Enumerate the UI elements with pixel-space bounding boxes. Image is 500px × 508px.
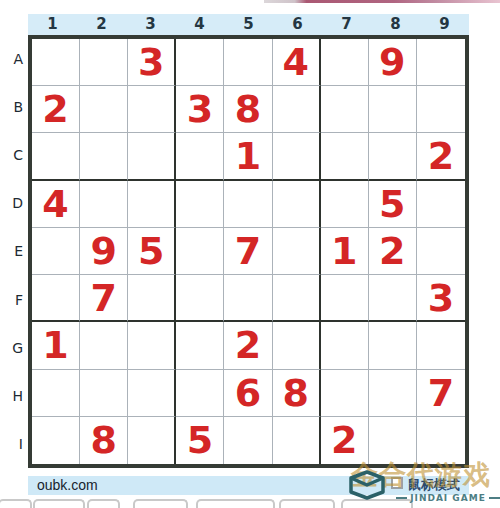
partial-button[interactable] <box>279 499 335 508</box>
cell-C2[interactable] <box>80 133 128 180</box>
cell-B2[interactable] <box>80 86 128 133</box>
watermark-brand-en: JINDAI GAME <box>410 493 486 503</box>
cell-A1[interactable] <box>32 39 80 86</box>
cell-A8[interactable]: 9 <box>369 39 417 86</box>
cell-D3[interactable] <box>128 181 176 228</box>
cell-I3[interactable] <box>128 417 176 464</box>
cell-G2[interactable] <box>80 322 128 369</box>
cell-E4[interactable] <box>176 228 224 275</box>
column-label-5: 5 <box>224 14 273 35</box>
cell-D2[interactable] <box>80 181 128 228</box>
cell-C6[interactable] <box>273 133 321 180</box>
column-label-2: 2 <box>77 14 126 35</box>
cell-F5[interactable] <box>224 275 272 322</box>
watermark-brand-en-row: JINDAI GAME <box>396 493 500 503</box>
cell-I2[interactable]: 8 <box>80 417 128 464</box>
cell-H1[interactable] <box>32 370 80 417</box>
site-label: oubk.com <box>37 477 98 493</box>
cell-F6[interactable] <box>273 275 321 322</box>
cell-E6[interactable] <box>273 228 321 275</box>
cell-H7[interactable] <box>321 370 369 417</box>
cell-D9[interactable] <box>417 181 465 228</box>
column-label-9: 9 <box>420 14 469 35</box>
cell-E8[interactable]: 2 <box>369 228 417 275</box>
column-label-8: 8 <box>371 14 420 35</box>
partial-button[interactable] <box>133 499 188 508</box>
cell-B4[interactable]: 3 <box>176 86 224 133</box>
cell-D8[interactable]: 5 <box>369 181 417 228</box>
cell-C7[interactable] <box>321 133 369 180</box>
row-label-G: G <box>0 324 26 372</box>
row-label-B: B <box>0 83 26 131</box>
row-label-H: H <box>0 372 26 420</box>
cell-G5[interactable]: 2 <box>224 322 272 369</box>
column-label-1: 1 <box>28 14 77 35</box>
cell-A5[interactable] <box>224 39 272 86</box>
row-label-D: D <box>0 179 26 227</box>
cell-B7[interactable] <box>321 86 369 133</box>
cell-G7[interactable] <box>321 322 369 369</box>
cell-G4[interactable] <box>176 322 224 369</box>
cell-A7[interactable] <box>321 39 369 86</box>
column-label-6: 6 <box>273 14 322 35</box>
cell-G3[interactable] <box>128 322 176 369</box>
cell-C9[interactable]: 2 <box>417 133 465 180</box>
column-label-3: 3 <box>126 14 175 35</box>
cell-F3[interactable] <box>128 275 176 322</box>
cell-C8[interactable] <box>369 133 417 180</box>
cell-G6[interactable] <box>273 322 321 369</box>
cell-C5[interactable]: 1 <box>224 133 272 180</box>
cell-D1[interactable]: 4 <box>32 181 80 228</box>
cell-E2[interactable]: 9 <box>80 228 128 275</box>
cell-B8[interactable] <box>369 86 417 133</box>
cell-A6[interactable]: 4 <box>273 39 321 86</box>
cell-D6[interactable] <box>273 181 321 228</box>
cell-B6[interactable] <box>273 86 321 133</box>
column-label-4: 4 <box>175 14 224 35</box>
cell-H9[interactable]: 7 <box>417 370 465 417</box>
cell-H8[interactable] <box>369 370 417 417</box>
cell-C3[interactable] <box>128 133 176 180</box>
cell-G9[interactable] <box>417 322 465 369</box>
cell-D7[interactable] <box>321 181 369 228</box>
cell-H5[interactable]: 6 <box>224 370 272 417</box>
cell-C4[interactable] <box>176 133 224 180</box>
partial-button[interactable] <box>33 499 85 508</box>
cell-H3[interactable] <box>128 370 176 417</box>
row-label-I: I <box>0 420 26 468</box>
cell-F8[interactable] <box>369 275 417 322</box>
progress-strip <box>264 0 500 3</box>
cell-A9[interactable] <box>417 39 465 86</box>
cell-H4[interactable] <box>176 370 224 417</box>
cell-F4[interactable] <box>176 275 224 322</box>
cell-H6[interactable]: 8 <box>273 370 321 417</box>
cell-B1[interactable]: 2 <box>32 86 80 133</box>
partial-button[interactable] <box>0 499 32 508</box>
cell-A3[interactable]: 3 <box>128 39 176 86</box>
box-logo-icon <box>348 469 386 501</box>
cell-F7[interactable] <box>321 275 369 322</box>
row-label-C: C <box>0 131 26 179</box>
cell-E1[interactable] <box>32 228 80 275</box>
cell-G1[interactable]: 1 <box>32 322 80 369</box>
cell-A4[interactable] <box>176 39 224 86</box>
cell-F9[interactable]: 3 <box>417 275 465 322</box>
cell-I1[interactable] <box>32 417 80 464</box>
cell-E9[interactable] <box>417 228 465 275</box>
cell-C1[interactable] <box>32 133 80 180</box>
cell-H2[interactable] <box>80 370 128 417</box>
cell-B5[interactable]: 8 <box>224 86 272 133</box>
row-label-E: E <box>0 227 26 275</box>
sudoku-grid: 3492381245957127312687852 <box>28 35 469 468</box>
cell-I5[interactable] <box>224 417 272 464</box>
cell-A2[interactable] <box>80 39 128 86</box>
row-labels: ABCDEFGHI <box>0 35 26 468</box>
cell-B3[interactable] <box>128 86 176 133</box>
row-label-F: F <box>0 276 26 324</box>
sudoku-app: 123456789 ABCDEFGHI 34923812459571273126… <box>0 0 500 508</box>
cell-F2[interactable]: 7 <box>80 275 128 322</box>
row-label-A: A <box>0 35 26 83</box>
right-rule <box>489 497 500 499</box>
column-label-7: 7 <box>322 14 371 35</box>
cell-B9[interactable] <box>417 86 465 133</box>
column-header: 123456789 <box>28 14 469 35</box>
left-rule <box>396 497 407 499</box>
partial-button[interactable] <box>196 499 275 508</box>
cell-E5[interactable]: 7 <box>224 228 272 275</box>
cell-G8[interactable] <box>369 322 417 369</box>
cell-E7[interactable]: 1 <box>321 228 369 275</box>
cell-I4[interactable]: 5 <box>176 417 224 464</box>
cell-D5[interactable] <box>224 181 272 228</box>
cell-F1[interactable] <box>32 275 80 322</box>
cell-D4[interactable] <box>176 181 224 228</box>
cell-E3[interactable]: 5 <box>128 228 176 275</box>
partial-button[interactable] <box>87 499 120 508</box>
cell-I6[interactable] <box>273 417 321 464</box>
